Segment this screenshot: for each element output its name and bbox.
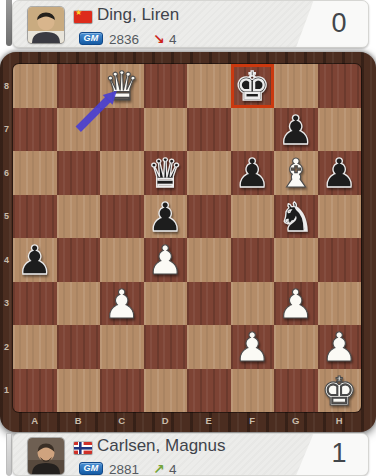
square-a6[interactable] <box>13 151 57 195</box>
square-b8[interactable] <box>57 64 101 108</box>
square-g6[interactable]: ♝ <box>274 151 318 195</box>
piece-white-pawn[interactable]: ♟ <box>274 282 318 326</box>
square-b7[interactable] <box>57 108 101 152</box>
square-d6[interactable]: ♛ <box>144 151 188 195</box>
piece-white-pawn[interactable]: ♟ <box>100 282 144 326</box>
piece-white-king[interactable]: ♚ <box>318 369 362 413</box>
square-g4[interactable] <box>274 238 318 282</box>
square-h6[interactable]: ♟ <box>318 151 362 195</box>
player-name: Ding, Liren <box>97 5 179 25</box>
file-label-E: E <box>187 412 231 430</box>
piece-white-pawn[interactable]: ♟ <box>144 238 188 282</box>
rank-label-8: 8 <box>0 64 13 108</box>
square-b4[interactable] <box>57 238 101 282</box>
square-f2[interactable]: ♟ <box>231 325 275 369</box>
player-card-bottom: Carlsen, Magnus GM 2881 ↗ 4 1 <box>12 433 369 476</box>
rank-label-7: 7 <box>0 108 13 152</box>
gm-title-badge: GM <box>79 32 103 45</box>
square-e2[interactable] <box>187 325 231 369</box>
rating-trend-up-icon: ↗ <box>153 461 165 476</box>
piece-black-king[interactable]: ♚ <box>231 64 275 108</box>
player-avatar <box>28 7 64 43</box>
piece-black-pawn[interactable]: ♟ <box>144 195 188 239</box>
piece-black-pawn[interactable]: ♟ <box>318 151 362 195</box>
piece-black-pawn[interactable]: ♟ <box>231 151 275 195</box>
square-a3[interactable] <box>13 282 57 326</box>
square-e5[interactable] <box>187 195 231 239</box>
square-c3[interactable]: ♟ <box>100 282 144 326</box>
square-b3[interactable] <box>57 282 101 326</box>
square-a7[interactable] <box>13 108 57 152</box>
square-h2[interactable]: ♟ <box>318 325 362 369</box>
rating-trend-value: 4 <box>169 32 177 47</box>
rank-label-5: 5 <box>0 195 13 239</box>
chess-board: ♛♚♟♛♟♝♟♟♞♟♟♟♟♟♟♚ 87654321 ABCDEFGH <box>0 52 376 432</box>
piece-black-pawn[interactable]: ♟ <box>274 108 318 152</box>
gm-title-badge: GM <box>79 462 103 475</box>
piece-white-queen[interactable]: ♛ <box>100 64 144 108</box>
square-h1[interactable]: ♚ <box>318 369 362 413</box>
board-squares: ♛♚♟♛♟♝♟♟♞♟♟♟♟♟♟♚ <box>13 64 361 412</box>
square-d5[interactable]: ♟ <box>144 195 188 239</box>
square-e1[interactable] <box>187 369 231 413</box>
square-c2[interactable] <box>100 325 144 369</box>
rank-label-1: 1 <box>0 369 13 413</box>
match-score-bottom: 1 <box>322 438 356 469</box>
square-h5[interactable] <box>318 195 362 239</box>
player-name: Carlsen, Magnus <box>97 436 226 456</box>
square-b6[interactable] <box>57 151 101 195</box>
player-avatar <box>28 438 64 474</box>
square-e7[interactable] <box>187 108 231 152</box>
file-label-D: D <box>144 412 188 430</box>
square-c5[interactable] <box>100 195 144 239</box>
square-g3[interactable]: ♟ <box>274 282 318 326</box>
square-c1[interactable] <box>100 369 144 413</box>
square-d4[interactable]: ♟ <box>144 238 188 282</box>
file-label-A: A <box>13 412 57 430</box>
square-g7[interactable]: ♟ <box>274 108 318 152</box>
square-h4[interactable] <box>318 238 362 282</box>
square-h3[interactable] <box>318 282 362 326</box>
piece-white-pawn[interactable]: ♟ <box>318 325 362 369</box>
square-a4[interactable]: ♟ <box>13 238 57 282</box>
square-f3[interactable] <box>231 282 275 326</box>
square-a1[interactable] <box>13 369 57 413</box>
square-e3[interactable] <box>187 282 231 326</box>
rank-label-3: 3 <box>0 282 13 326</box>
piece-black-knight[interactable]: ♞ <box>274 195 318 239</box>
rank-label-6: 6 <box>0 151 13 195</box>
square-g1[interactable] <box>274 369 318 413</box>
piece-white-pawn[interactable]: ♟ <box>231 325 275 369</box>
square-g8[interactable] <box>274 64 318 108</box>
china-flag-icon <box>74 11 92 23</box>
square-a5[interactable] <box>13 195 57 239</box>
square-d8[interactable] <box>144 64 188 108</box>
file-label-B: B <box>57 412 101 430</box>
square-b1[interactable] <box>57 369 101 413</box>
square-d3[interactable] <box>144 282 188 326</box>
square-f5[interactable] <box>231 195 275 239</box>
square-b5[interactable] <box>57 195 101 239</box>
square-c4[interactable] <box>100 238 144 282</box>
square-f8[interactable]: ♚ <box>231 64 275 108</box>
square-b2[interactable] <box>57 325 101 369</box>
square-h8[interactable] <box>318 64 362 108</box>
piece-white-bishop[interactable]: ♝ <box>274 151 318 195</box>
file-label-F: F <box>231 412 275 430</box>
square-h7[interactable] <box>318 108 362 152</box>
square-d2[interactable] <box>144 325 188 369</box>
square-g5[interactable]: ♞ <box>274 195 318 239</box>
square-f4[interactable] <box>231 238 275 282</box>
match-score-top: 0 <box>322 8 356 39</box>
rating-trend-value: 4 <box>169 462 177 476</box>
square-c7[interactable] <box>100 108 144 152</box>
square-f1[interactable] <box>231 369 275 413</box>
file-label-G: G <box>274 412 318 430</box>
square-f7[interactable] <box>231 108 275 152</box>
norway-flag-icon <box>74 442 92 454</box>
square-d1[interactable] <box>144 369 188 413</box>
square-e4[interactable] <box>187 238 231 282</box>
square-g2[interactable] <box>274 325 318 369</box>
square-f6[interactable]: ♟ <box>231 151 275 195</box>
player-rating: 2836 <box>109 32 139 47</box>
square-e8[interactable] <box>187 64 231 108</box>
rank-label-2: 2 <box>0 325 13 369</box>
piece-black-queen[interactable]: ♛ <box>144 151 188 195</box>
square-a2[interactable] <box>13 325 57 369</box>
square-a8[interactable] <box>13 64 57 108</box>
square-d7[interactable] <box>144 108 188 152</box>
piece-black-pawn[interactable]: ♟ <box>13 238 57 282</box>
file-label-H: H <box>318 412 362 430</box>
player-rating: 2881 <box>109 462 139 476</box>
file-label-C: C <box>100 412 144 430</box>
square-c8[interactable]: ♛ <box>100 64 144 108</box>
rank-label-4: 4 <box>0 238 13 282</box>
square-e6[interactable] <box>187 151 231 195</box>
rating-trend-down-icon: ↘ <box>153 31 165 47</box>
player-card-top: Ding, Liren GM 2836 ↘ 4 0 <box>12 0 369 48</box>
square-c6[interactable] <box>100 151 144 195</box>
